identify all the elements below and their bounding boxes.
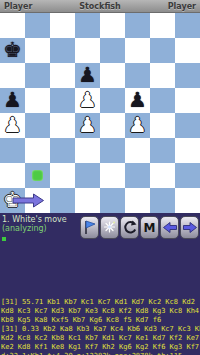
square-h3[interactable]: [175, 138, 200, 163]
engine-busy-indicator: [2, 237, 6, 241]
rotate-icon: [122, 219, 138, 236]
flag-icon: [82, 219, 97, 236]
square-h5[interactable]: [175, 88, 200, 113]
bottom-panel: 1. White's move (analyzing): [0, 213, 200, 355]
square-c3[interactable]: [50, 138, 75, 163]
engine-line: Kd2 Kc8 Kc2 Kb8 Kc1 Kb7 Kd1 Kc7 Ke1 Kd7 …: [1, 334, 200, 343]
square-h1[interactable]: [175, 188, 200, 213]
square-d6[interactable]: ♟: [75, 63, 100, 88]
black-player-label[interactable]: Player: [168, 0, 196, 13]
white-player-label[interactable]: Player: [4, 0, 32, 13]
square-e2[interactable]: [100, 163, 125, 188]
square-b1[interactable]: [25, 188, 50, 213]
square-d3[interactable]: [75, 138, 100, 163]
square-b3[interactable]: [25, 138, 50, 163]
chess-app: Player Stockfish Player ♚♟♟♟♟♟♟♟♚ 1. Whi…: [0, 0, 200, 355]
sparkle-icon: [102, 219, 117, 236]
square-e8[interactable]: [100, 13, 125, 38]
square-e3[interactable]: [100, 138, 125, 163]
square-f3[interactable]: [125, 138, 150, 163]
square-a4[interactable]: ♟: [0, 113, 25, 138]
piece-white-pawn: ♟: [125, 113, 150, 138]
previous-move-button[interactable]: [160, 216, 179, 239]
title-bar: Player Stockfish Player: [0, 0, 200, 13]
square-f8[interactable]: [125, 13, 150, 38]
engine-line: [31] 0.33 Kb2 Ka8 Kb3 Ka7 Kc4 Kb6 Kd3 Kc…: [1, 325, 200, 334]
square-b7[interactable]: [25, 38, 50, 63]
square-c1[interactable]: [50, 188, 75, 213]
square-f6[interactable]: [125, 63, 150, 88]
square-d8[interactable]: [75, 13, 100, 38]
square-b5[interactable]: [25, 88, 50, 113]
moves-button[interactable]: M: [140, 216, 159, 239]
engine-line: Kb8 Kg5 Ka8 Kxf5 Kb7 Kg6 Kc8 f5 Kd7 f6: [1, 316, 200, 325]
square-g6[interactable]: [150, 63, 175, 88]
square-e7[interactable]: [100, 38, 125, 63]
square-c6[interactable]: [50, 63, 75, 88]
engine-line: Ke2 Kd8 Kf1 Ke8 Kg1 Kf7 Kh2 Kg6 Kg2 Kf6 …: [1, 343, 200, 352]
next-move-button[interactable]: [180, 216, 199, 239]
engine-line: Kd8 Kc3 Kc7 Kd3 Kb7 Ke3 Kc8 Kf2 Kd8 Kg3 …: [1, 307, 200, 316]
engine-line: [31] 55.71 Kb1 Kb7 Kc1 Kc7 Kd1 Kd7 Kc2 K…: [1, 298, 200, 307]
square-c5[interactable]: [50, 88, 75, 113]
square-b6[interactable]: [25, 63, 50, 88]
square-e4[interactable]: [100, 113, 125, 138]
move-status-text: 1. White's move: [2, 215, 67, 224]
square-g4[interactable]: [150, 113, 175, 138]
square-e1[interactable]: [100, 188, 125, 213]
hint-dot: [32, 170, 43, 181]
piece-black-king: ♚: [0, 38, 25, 63]
square-a5[interactable]: ♟: [0, 88, 25, 113]
engine-name-label[interactable]: Stockfish: [79, 0, 121, 13]
square-b8[interactable]: [25, 13, 50, 38]
square-g7[interactable]: [150, 38, 175, 63]
square-g5[interactable]: [150, 88, 175, 113]
piece-black-pawn: ♟: [75, 63, 100, 88]
square-c4[interactable]: [50, 113, 75, 138]
square-f2[interactable]: [125, 163, 150, 188]
piece-white-king: ♚: [0, 188, 25, 213]
square-h4[interactable]: [175, 113, 200, 138]
square-c7[interactable]: [50, 38, 75, 63]
square-d2[interactable]: [75, 163, 100, 188]
toolbar: M: [80, 216, 199, 239]
square-a1[interactable]: ♚: [0, 188, 25, 213]
square-g1[interactable]: [150, 188, 175, 213]
square-h2[interactable]: [175, 163, 200, 188]
flag-button[interactable]: [80, 216, 99, 239]
arrow-left-icon: [162, 219, 178, 236]
square-g2[interactable]: [150, 163, 175, 188]
letter-m-icon: M: [144, 221, 156, 235]
square-b4[interactable]: [25, 113, 50, 138]
square-c8[interactable]: [50, 13, 75, 38]
square-d7[interactable]: [75, 38, 100, 63]
square-h6[interactable]: [175, 63, 200, 88]
square-f4[interactable]: ♟: [125, 113, 150, 138]
arrow-right-icon: [182, 219, 198, 236]
square-e6[interactable]: [100, 63, 125, 88]
piece-black-pawn: ♟: [125, 88, 150, 113]
chess-board[interactable]: ♚♟♟♟♟♟♟♟♚: [0, 13, 200, 213]
engine-output[interactable]: [31] 55.71 Kb1 Kb7 Kc1 Kc7 Kd1 Kd7 Kc2 K…: [1, 298, 200, 355]
square-d4[interactable]: ♟: [75, 113, 100, 138]
square-f1[interactable]: [125, 188, 150, 213]
square-d5[interactable]: ♟: [75, 88, 100, 113]
square-g8[interactable]: [150, 13, 175, 38]
square-a3[interactable]: [0, 138, 25, 163]
analyzing-status-text: (analyzing): [2, 224, 47, 233]
piece-white-pawn: ♟: [75, 113, 100, 138]
square-e5[interactable]: [100, 88, 125, 113]
square-f5[interactable]: ♟: [125, 88, 150, 113]
square-h8[interactable]: [175, 13, 200, 38]
square-f7[interactable]: [125, 38, 150, 63]
square-d1[interactable]: [75, 188, 100, 213]
square-a2[interactable]: [0, 163, 25, 188]
rotate-button[interactable]: [120, 216, 139, 239]
piece-white-pawn: ♟: [75, 88, 100, 113]
square-g3[interactable]: [150, 138, 175, 163]
piece-white-pawn: ♟: [0, 113, 25, 138]
square-a6[interactable]: [0, 63, 25, 88]
piece-black-pawn: ♟: [0, 88, 25, 113]
square-a7[interactable]: ♚: [0, 38, 25, 63]
sparkle-button[interactable]: [100, 216, 119, 239]
square-a8[interactable]: [0, 13, 25, 38]
square-h7[interactable]: [175, 38, 200, 63]
square-c2[interactable]: [50, 163, 75, 188]
